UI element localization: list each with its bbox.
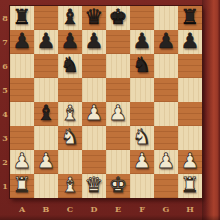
square-g8[interactable] [154,6,178,30]
square-g3[interactable] [154,126,178,150]
square-g2[interactable]: ♟ [154,150,178,174]
square-b5[interactable] [34,78,58,102]
piece-white-pawn[interactable]: ♟ [34,150,58,174]
square-d1[interactable]: ♛ [82,174,106,198]
square-f4[interactable] [130,102,154,126]
rank-label-1: 1 [0,174,10,198]
square-e2[interactable] [106,150,130,174]
piece-white-pawn[interactable]: ♟ [154,150,178,174]
square-b3[interactable] [34,126,58,150]
rank-label-3: 3 [0,126,10,150]
square-e3[interactable] [106,126,130,150]
rank-label-6: 6 [0,54,10,78]
square-c6[interactable]: ♞ [58,54,82,78]
square-f2[interactable]: ♟ [130,150,154,174]
square-c1[interactable]: ♝ [58,174,82,198]
file-label-e: E [106,203,130,215]
file-label-h: H [178,203,202,215]
rank-label-8: 8 [0,6,10,30]
rank-label-7: 7 [0,30,10,54]
chess-board: ♜♝♛♚♜♟♟♟♟♟♟♟♞♞♝♝♟♟♞♞♟♟♟♟♟♜♝♛♚♜ [10,6,202,198]
square-a5[interactable] [10,78,34,102]
square-g6[interactable] [154,54,178,78]
square-d6[interactable] [82,54,106,78]
piece-black-pawn[interactable]: ♟ [178,30,202,54]
square-d3[interactable] [82,126,106,150]
file-label-f: F [130,203,154,215]
square-b8[interactable] [34,6,58,30]
square-h3[interactable] [178,126,202,150]
square-d7[interactable]: ♟ [82,30,106,54]
square-e1[interactable]: ♚ [106,174,130,198]
piece-black-pawn[interactable]: ♟ [154,30,178,54]
square-f3[interactable]: ♞ [130,126,154,150]
square-b2[interactable]: ♟ [34,150,58,174]
square-e6[interactable] [106,54,130,78]
square-h8[interactable]: ♜ [178,6,202,30]
file-label-c: C [58,203,82,215]
square-h7[interactable]: ♟ [178,30,202,54]
rank-label-4: 4 [0,102,10,126]
file-labels: ABCDEFGH [10,198,202,220]
piece-black-rook[interactable]: ♜ [10,6,34,30]
rank-label-5: 5 [0,78,10,102]
piece-white-pawn[interactable]: ♟ [130,150,154,174]
piece-black-pawn[interactable]: ♟ [82,30,106,54]
piece-white-pawn[interactable]: ♟ [10,150,34,174]
square-g7[interactable]: ♟ [154,30,178,54]
square-e8[interactable]: ♚ [106,6,130,30]
file-label-a: A [10,203,34,215]
square-a1[interactable]: ♜ [10,174,34,198]
square-f5[interactable] [130,78,154,102]
piece-black-knight[interactable]: ♞ [130,54,154,78]
square-f8[interactable] [130,6,154,30]
chess-board-widget: 87654321 ♜♝♛♚♜♟♟♟♟♟♟♟♞♞♝♝♟♟♞♞♟♟♟♟♟♜♝♛♚♜ … [0,0,220,220]
piece-white-rook[interactable]: ♜ [10,174,34,198]
square-h1[interactable]: ♜ [178,174,202,198]
square-c2[interactable] [58,150,82,174]
piece-white-pawn[interactable]: ♟ [178,150,202,174]
square-a6[interactable] [10,54,34,78]
file-label-g: G [154,203,178,215]
square-h4[interactable] [178,102,202,126]
rank-label-2: 2 [0,150,10,174]
piece-white-king[interactable]: ♚ [106,174,130,198]
piece-white-bishop[interactable]: ♝ [58,102,82,126]
square-d4[interactable]: ♟ [82,102,106,126]
file-label-b: B [34,203,58,215]
square-e7[interactable] [106,30,130,54]
file-label-d: D [82,203,106,215]
piece-black-queen[interactable]: ♛ [82,6,106,30]
square-f6[interactable]: ♞ [130,54,154,78]
piece-black-rook[interactable]: ♜ [178,6,202,30]
piece-black-pawn[interactable]: ♟ [34,30,58,54]
square-d5[interactable] [82,78,106,102]
square-b7[interactable]: ♟ [34,30,58,54]
square-d8[interactable]: ♛ [82,6,106,30]
piece-white-knight[interactable]: ♞ [58,126,82,150]
square-g4[interactable] [154,102,178,126]
piece-black-pawn[interactable]: ♟ [58,30,82,54]
piece-white-queen[interactable]: ♛ [82,174,106,198]
square-a7[interactable]: ♟ [10,30,34,54]
square-a4[interactable] [10,102,34,126]
square-f7[interactable]: ♟ [130,30,154,54]
square-c7[interactable]: ♟ [58,30,82,54]
square-b6[interactable] [34,54,58,78]
square-c8[interactable]: ♝ [58,6,82,30]
piece-white-bishop[interactable]: ♝ [58,174,82,198]
square-g5[interactable] [154,78,178,102]
piece-black-bishop[interactable]: ♝ [34,102,58,126]
square-h5[interactable] [178,78,202,102]
square-c5[interactable] [58,78,82,102]
piece-white-knight[interactable]: ♞ [130,126,154,150]
piece-black-bishop[interactable]: ♝ [58,6,82,30]
square-c3[interactable]: ♞ [58,126,82,150]
square-a2[interactable]: ♟ [10,150,34,174]
piece-white-rook[interactable]: ♜ [178,174,202,198]
square-e4[interactable]: ♟ [106,102,130,126]
piece-white-pawn[interactable]: ♟ [82,102,106,126]
square-a3[interactable] [10,126,34,150]
frame-right-edge [202,0,220,220]
piece-black-knight[interactable]: ♞ [58,54,82,78]
piece-black-king[interactable]: ♚ [106,6,130,30]
square-g1[interactable] [154,174,178,198]
square-f1[interactable] [130,174,154,198]
square-e5[interactable] [106,78,130,102]
square-h6[interactable] [178,54,202,78]
square-d2[interactable] [82,150,106,174]
square-b1[interactable] [34,174,58,198]
piece-white-pawn[interactable]: ♟ [106,102,130,126]
piece-black-pawn[interactable]: ♟ [10,30,34,54]
square-c4[interactable]: ♝ [58,102,82,126]
square-h2[interactable]: ♟ [178,150,202,174]
square-a8[interactable]: ♜ [10,6,34,30]
square-b4[interactable]: ♝ [34,102,58,126]
piece-black-pawn[interactable]: ♟ [130,30,154,54]
